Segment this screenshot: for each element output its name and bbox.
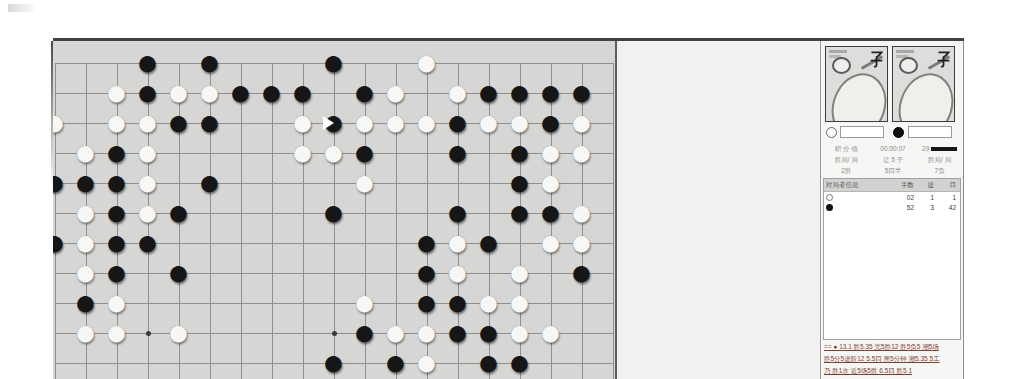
white-stone[interactable]: ● bbox=[411, 47, 442, 78]
avatar-head bbox=[899, 57, 918, 74]
zi-character bbox=[868, 49, 885, 69]
stats-text: 2胜 bbox=[841, 167, 851, 174]
record-table-rows: 021152342 bbox=[824, 192, 960, 212]
black-stone[interactable]: ● bbox=[194, 167, 225, 198]
table-header-cell: 提 bbox=[914, 181, 934, 190]
black-stone[interactable]: ● bbox=[163, 197, 194, 228]
chat-line: == ● 13.1 胜5.35 完5胜12 胜5负5 潮5场 bbox=[824, 341, 961, 353]
game-record-panel: 对局者信息手数提目 021152342 bbox=[823, 178, 961, 340]
stats-text: 29 bbox=[922, 145, 929, 152]
black-stone[interactable]: ● bbox=[318, 197, 349, 228]
black-stone[interactable]: ● bbox=[132, 227, 163, 258]
player-cell bbox=[824, 203, 882, 211]
star-point bbox=[146, 331, 151, 336]
go-board[interactable]: ●●●●●●●●●●●●●●●●●●●●●●●●●●●●●●●●●●●●●●●●… bbox=[53, 41, 617, 379]
white-stone[interactable]: ● bbox=[70, 317, 101, 348]
table-row: 0211 bbox=[824, 192, 960, 202]
black-player-name-field[interactable] bbox=[908, 126, 952, 138]
stats-text: 胜局/ 局 bbox=[835, 156, 858, 163]
white-stone[interactable]: ● bbox=[101, 317, 132, 348]
window-artifact bbox=[8, 4, 36, 12]
black-stone[interactable]: ● bbox=[566, 257, 597, 288]
black-stone[interactable]: ● bbox=[225, 77, 256, 108]
table-header-cell: 手数 bbox=[882, 181, 914, 190]
chat-line: 胜5分5进阶12 5.5目 黑5分钟 潮5.35 5工 bbox=[824, 353, 961, 365]
stats-right-column: 29胜局/ 局7负 bbox=[916, 143, 963, 177]
white-stone[interactable]: ● bbox=[318, 137, 349, 168]
stats-center-column: 00:00:07让 5 子5目半 bbox=[870, 143, 917, 177]
table-cell: 1 bbox=[934, 194, 958, 201]
white-stone[interactable]: ● bbox=[411, 347, 442, 378]
white-stone-icon bbox=[826, 194, 833, 201]
white-stone[interactable]: ● bbox=[380, 107, 411, 138]
table-cell: 1 bbox=[914, 194, 934, 201]
empty-panel bbox=[617, 41, 820, 379]
black-stone[interactable]: ● bbox=[53, 227, 70, 258]
black-stone[interactable]: ● bbox=[349, 317, 380, 348]
stats-text: 7负 bbox=[935, 167, 945, 174]
black-stone[interactable]: ● bbox=[380, 347, 411, 378]
black-stone[interactable]: ● bbox=[256, 77, 287, 108]
black-stone-icon bbox=[826, 204, 833, 211]
black-stone[interactable]: ● bbox=[442, 137, 473, 168]
star-point bbox=[332, 331, 337, 336]
table-cell: 52 bbox=[882, 204, 914, 211]
player-stats: 积 分 值胜局/ 局2胜00:00:07让 5 子5目半29胜局/ 局7负 bbox=[823, 143, 963, 177]
black-stone[interactable]: ● bbox=[194, 107, 225, 138]
white-player-name-field[interactable] bbox=[840, 126, 884, 138]
game-info-sidebar: 积 分 值胜局/ 局2胜00:00:07让 5 子5目半29胜局/ 局7负 对局… bbox=[820, 41, 964, 379]
black-stone[interactable]: ● bbox=[163, 107, 194, 138]
stats-text: 00:00:07 bbox=[880, 145, 905, 152]
black-stone[interactable]: ● bbox=[442, 317, 473, 348]
avatar-body bbox=[892, 63, 955, 122]
chat-line: 乃 胜1次 近5场5胜 6.5目 胜5 1 bbox=[824, 365, 961, 377]
game-chat-log[interactable]: == ● 13.1 胜5.35 完5胜12 胜5负5 潮5场胜5分5进阶12 5… bbox=[824, 341, 961, 377]
white-player-avatar bbox=[825, 46, 888, 122]
black-stone[interactable]: ● bbox=[318, 347, 349, 378]
stats-text: 让 5 子 bbox=[883, 156, 903, 163]
table-header-cell: 对局者信息 bbox=[824, 181, 882, 190]
black-stone[interactable]: ● bbox=[53, 167, 70, 198]
zi-character bbox=[935, 49, 952, 69]
table-cell: 3 bbox=[914, 204, 934, 211]
white-stone[interactable]: ● bbox=[163, 317, 194, 348]
black-player-avatar bbox=[892, 46, 955, 122]
table-cell: 02 bbox=[882, 194, 914, 201]
black-stone[interactable]: ● bbox=[163, 257, 194, 288]
black-stone[interactable]: ● bbox=[473, 227, 504, 258]
avatar-scribble bbox=[896, 50, 914, 53]
last-move-marker bbox=[323, 116, 334, 130]
player-cell bbox=[824, 193, 882, 201]
white-stone[interactable]: ● bbox=[349, 167, 380, 198]
white-stone[interactable]: ● bbox=[53, 107, 70, 138]
white-stone[interactable]: ● bbox=[566, 137, 597, 168]
avatar-scribble bbox=[829, 50, 847, 53]
white-stone[interactable]: ● bbox=[287, 137, 318, 168]
table-cell: 42 bbox=[934, 204, 958, 211]
white-stone[interactable]: ● bbox=[535, 317, 566, 348]
stats-text: 积 分 值 bbox=[835, 145, 858, 152]
black-stone-icon bbox=[893, 127, 904, 138]
black-stone[interactable]: ● bbox=[504, 197, 535, 228]
table-row: 52342 bbox=[824, 202, 960, 212]
white-stone[interactable]: ● bbox=[411, 107, 442, 138]
black-stone[interactable]: ● bbox=[504, 347, 535, 378]
grid-line-vertical bbox=[613, 63, 614, 379]
stats-left-column: 积 分 值胜局/ 局2胜 bbox=[823, 143, 870, 177]
white-stone[interactable]: ● bbox=[473, 107, 504, 138]
avatar-head bbox=[832, 57, 851, 74]
record-table-header: 对局者信息手数提目 bbox=[824, 179, 960, 192]
black-stone[interactable]: ● bbox=[318, 47, 349, 78]
time-bar bbox=[931, 147, 957, 151]
avatar-body bbox=[825, 63, 888, 122]
black-stone[interactable]: ● bbox=[473, 347, 504, 378]
white-stone-icon bbox=[826, 127, 837, 138]
table-header-cell: 目 bbox=[934, 181, 958, 190]
stats-text: 胜局/ 局 bbox=[928, 156, 951, 163]
stats-text: 5目半 bbox=[885, 167, 902, 174]
white-stone[interactable]: ● bbox=[535, 227, 566, 258]
